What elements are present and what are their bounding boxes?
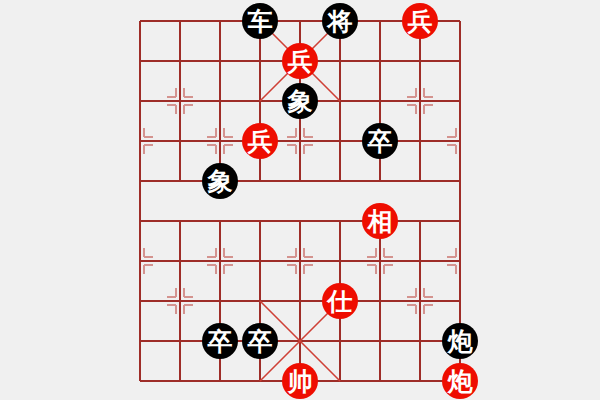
piece-black-elephant[interactable]: 象 [202,163,238,199]
piece-black-elephant[interactable]: 象 [282,83,318,119]
piece-black-general[interactable]: 将 [322,3,358,39]
piece-black-soldier[interactable]: 卒 [362,123,398,159]
piece-red-advisor[interactable]: 仕 [322,283,358,319]
piece-red-general[interactable]: 帅 [282,363,318,399]
piece-black-chariot[interactable]: 车 [242,3,278,39]
piece-red-soldier[interactable]: 兵 [242,123,278,159]
piece-black-soldier[interactable]: 卒 [242,323,278,359]
xiangqi-board: 车将兵兵象兵卒象相仕卒卒炮帅炮 [120,1,480,400]
piece-red-soldier[interactable]: 兵 [402,3,438,39]
piece-red-elephant[interactable]: 相 [362,203,398,239]
xiangqi-diagram: 车将兵兵象兵卒象相仕卒卒炮帅炮 [0,0,600,400]
piece-black-cannon[interactable]: 炮 [442,323,478,359]
piece-red-soldier[interactable]: 兵 [282,43,318,79]
piece-black-soldier[interactable]: 卒 [202,323,238,359]
piece-red-cannon[interactable]: 炮 [442,363,478,399]
